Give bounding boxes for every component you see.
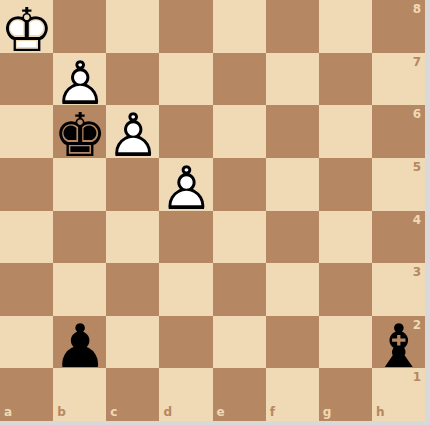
- square-g5[interactable]: [319, 158, 372, 211]
- square-f2[interactable]: [266, 316, 319, 369]
- square-d6[interactable]: [159, 105, 212, 158]
- square-h4[interactable]: 4: [372, 211, 425, 264]
- file-label-g: g: [323, 406, 332, 418]
- square-g1[interactable]: g: [319, 368, 372, 421]
- square-f3[interactable]: [266, 263, 319, 316]
- square-f8[interactable]: [266, 0, 319, 53]
- rank-label-8: 8: [413, 3, 421, 15]
- square-f6[interactable]: [266, 105, 319, 158]
- square-e6[interactable]: [213, 105, 266, 158]
- square-f1[interactable]: f: [266, 368, 319, 421]
- file-label-f: f: [270, 406, 275, 418]
- file-label-c: c: [110, 406, 117, 418]
- square-b2[interactable]: ♟: [53, 316, 106, 369]
- file-label-e: e: [217, 406, 225, 418]
- piece-white-pawn[interactable]: ♟♙: [106, 105, 159, 158]
- square-h2[interactable]: 2♝: [372, 316, 425, 369]
- square-e1[interactable]: e: [213, 368, 266, 421]
- square-e3[interactable]: [213, 263, 266, 316]
- white-king-outline-glyph: ♔: [0, 0, 54, 60]
- white-pawn-outline-glyph: ♙: [159, 158, 213, 218]
- square-e2[interactable]: [213, 316, 266, 369]
- square-c3[interactable]: [106, 263, 159, 316]
- square-b6[interactable]: ♚: [53, 105, 106, 158]
- square-d7[interactable]: [159, 53, 212, 106]
- square-d5[interactable]: ♟♙: [159, 158, 212, 211]
- square-e4[interactable]: [213, 211, 266, 264]
- piece-black-pawn[interactable]: ♟: [53, 316, 106, 369]
- square-c1[interactable]: c: [106, 368, 159, 421]
- file-label-d: d: [163, 406, 172, 418]
- square-b7[interactable]: ♟♙: [53, 53, 106, 106]
- square-e5[interactable]: [213, 158, 266, 211]
- square-b3[interactable]: [53, 263, 106, 316]
- square-a8[interactable]: ♚♔: [0, 0, 53, 53]
- square-h8[interactable]: 8: [372, 0, 425, 53]
- piece-black-king[interactable]: ♚: [53, 105, 106, 158]
- square-d8[interactable]: [159, 0, 212, 53]
- square-h7[interactable]: 7: [372, 53, 425, 106]
- black-bishop-glyph: ♝: [372, 316, 426, 376]
- square-g3[interactable]: [319, 263, 372, 316]
- board-frame: ♚♔8♟♙7♚♟♙6♟♙543♟2♝abcdefg1h: [0, 0, 430, 425]
- square-c7[interactable]: [106, 53, 159, 106]
- square-d1[interactable]: d: [159, 368, 212, 421]
- square-a5[interactable]: [0, 158, 53, 211]
- square-c2[interactable]: [106, 316, 159, 369]
- square-a4[interactable]: [0, 211, 53, 264]
- square-h5[interactable]: 5: [372, 158, 425, 211]
- square-c8[interactable]: [106, 0, 159, 53]
- rank-label-6: 6: [413, 108, 421, 120]
- square-h3[interactable]: 3: [372, 263, 425, 316]
- black-king-glyph: ♚: [53, 105, 107, 165]
- square-a1[interactable]: a: [0, 368, 53, 421]
- square-f4[interactable]: [266, 211, 319, 264]
- square-g7[interactable]: [319, 53, 372, 106]
- square-a6[interactable]: [0, 105, 53, 158]
- square-b8[interactable]: [53, 0, 106, 53]
- square-g4[interactable]: [319, 211, 372, 264]
- square-d2[interactable]: [159, 316, 212, 369]
- file-label-h: h: [376, 406, 385, 418]
- file-label-b: b: [57, 406, 66, 418]
- square-c6[interactable]: ♟♙: [106, 105, 159, 158]
- file-label-a: a: [4, 406, 12, 418]
- piece-white-king[interactable]: ♚♔: [0, 0, 53, 53]
- white-pawn-outline-glyph: ♙: [106, 105, 160, 165]
- piece-black-bishop[interactable]: ♝: [372, 316, 425, 369]
- chess-board: ♚♔8♟♙7♚♟♙6♟♙543♟2♝abcdefg1h: [0, 0, 425, 421]
- square-a2[interactable]: [0, 316, 53, 369]
- black-pawn-glyph: ♟: [53, 316, 107, 376]
- piece-white-pawn[interactable]: ♟♙: [53, 53, 106, 106]
- square-b4[interactable]: [53, 211, 106, 264]
- square-h6[interactable]: 6: [372, 105, 425, 158]
- rank-label-3: 3: [413, 266, 421, 278]
- square-e7[interactable]: [213, 53, 266, 106]
- rank-label-7: 7: [413, 56, 421, 68]
- square-a3[interactable]: [0, 263, 53, 316]
- square-g2[interactable]: [319, 316, 372, 369]
- square-g8[interactable]: [319, 0, 372, 53]
- square-g6[interactable]: [319, 105, 372, 158]
- piece-white-pawn[interactable]: ♟♙: [159, 158, 212, 211]
- square-f7[interactable]: [266, 53, 319, 106]
- rank-label-5: 5: [413, 161, 421, 173]
- square-c4[interactable]: [106, 211, 159, 264]
- square-e8[interactable]: [213, 0, 266, 53]
- rank-label-4: 4: [413, 214, 421, 226]
- square-d3[interactable]: [159, 263, 212, 316]
- square-f5[interactable]: [266, 158, 319, 211]
